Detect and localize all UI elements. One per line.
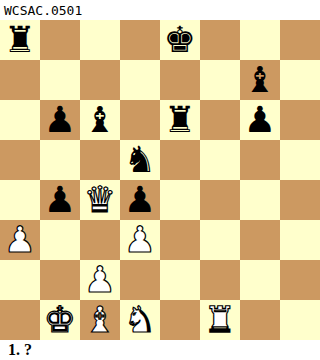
square-d6[interactable]	[120, 100, 160, 140]
square-g8[interactable]	[240, 20, 280, 60]
square-d4[interactable]: ♟	[120, 180, 160, 220]
square-e7[interactable]	[160, 60, 200, 100]
square-b3[interactable]	[40, 220, 80, 260]
square-b4[interactable]: ♟	[40, 180, 80, 220]
square-b5[interactable]	[40, 140, 80, 180]
square-f4[interactable]	[200, 180, 240, 220]
black-pawn[interactable]: ♟	[44, 100, 76, 140]
square-g6[interactable]: ♟	[240, 100, 280, 140]
square-g7[interactable]: ♝	[240, 60, 280, 100]
square-e1[interactable]	[160, 300, 200, 340]
square-b6[interactable]: ♟	[40, 100, 80, 140]
square-e8[interactable]: ♚	[160, 20, 200, 60]
black-pawn[interactable]: ♟	[44, 180, 76, 220]
chess-board: ♜♚♝♟♝♜♟♞♟♛♟♟♟♟♚♝♞♜	[0, 20, 320, 340]
puzzle-title: WCSAC.0501	[4, 3, 82, 18]
square-g3[interactable]	[240, 220, 280, 260]
square-h3[interactable]	[280, 220, 320, 260]
white-pawn[interactable]: ♟	[4, 220, 36, 260]
square-f7[interactable]	[200, 60, 240, 100]
white-knight[interactable]: ♞	[124, 300, 156, 340]
square-h6[interactable]	[280, 100, 320, 140]
square-b1[interactable]: ♚	[40, 300, 80, 340]
square-h8[interactable]	[280, 20, 320, 60]
square-b7[interactable]	[40, 60, 80, 100]
square-f3[interactable]	[200, 220, 240, 260]
square-h4[interactable]	[280, 180, 320, 220]
square-d8[interactable]	[120, 20, 160, 60]
square-c3[interactable]	[80, 220, 120, 260]
square-a4[interactable]	[0, 180, 40, 220]
square-c1[interactable]: ♝	[80, 300, 120, 340]
square-c8[interactable]	[80, 20, 120, 60]
square-b2[interactable]	[40, 260, 80, 300]
square-f5[interactable]	[200, 140, 240, 180]
black-rook[interactable]: ♜	[4, 20, 36, 60]
white-queen[interactable]: ♛	[84, 180, 116, 220]
square-g5[interactable]	[240, 140, 280, 180]
square-e4[interactable]	[160, 180, 200, 220]
square-a6[interactable]	[0, 100, 40, 140]
square-e6[interactable]: ♜	[160, 100, 200, 140]
square-g1[interactable]	[240, 300, 280, 340]
square-a8[interactable]: ♜	[0, 20, 40, 60]
square-h5[interactable]	[280, 140, 320, 180]
square-a2[interactable]	[0, 260, 40, 300]
black-king[interactable]: ♚	[164, 20, 196, 60]
square-a7[interactable]	[0, 60, 40, 100]
title-bar: WCSAC.0501	[0, 0, 320, 20]
square-e3[interactable]	[160, 220, 200, 260]
square-a1[interactable]	[0, 300, 40, 340]
white-king[interactable]: ♚	[44, 300, 76, 340]
square-d3[interactable]: ♟	[120, 220, 160, 260]
black-bishop[interactable]: ♝	[84, 100, 116, 140]
move-prompt: 1. ?	[8, 341, 32, 359]
square-d7[interactable]	[120, 60, 160, 100]
black-knight[interactable]: ♞	[124, 140, 156, 180]
square-f8[interactable]	[200, 20, 240, 60]
white-pawn[interactable]: ♟	[124, 220, 156, 260]
black-pawn[interactable]: ♟	[244, 100, 276, 140]
white-rook[interactable]: ♜	[204, 300, 236, 340]
square-h7[interactable]	[280, 60, 320, 100]
square-e2[interactable]	[160, 260, 200, 300]
white-bishop[interactable]: ♝	[84, 300, 116, 340]
square-d5[interactable]: ♞	[120, 140, 160, 180]
square-g2[interactable]	[240, 260, 280, 300]
square-d2[interactable]	[120, 260, 160, 300]
square-d1[interactable]: ♞	[120, 300, 160, 340]
black-pawn[interactable]: ♟	[124, 180, 156, 220]
square-g4[interactable]	[240, 180, 280, 220]
square-c4[interactable]: ♛	[80, 180, 120, 220]
square-c6[interactable]: ♝	[80, 100, 120, 140]
square-f1[interactable]: ♜	[200, 300, 240, 340]
square-f2[interactable]	[200, 260, 240, 300]
black-rook[interactable]: ♜	[164, 100, 196, 140]
square-a5[interactable]	[0, 140, 40, 180]
square-h2[interactable]	[280, 260, 320, 300]
square-b8[interactable]	[40, 20, 80, 60]
square-f6[interactable]	[200, 100, 240, 140]
square-c5[interactable]	[80, 140, 120, 180]
white-pawn[interactable]: ♟	[84, 260, 116, 300]
square-c2[interactable]: ♟	[80, 260, 120, 300]
square-c7[interactable]	[80, 60, 120, 100]
square-h1[interactable]	[280, 300, 320, 340]
status-bar: 1. ?	[0, 340, 320, 360]
black-bishop[interactable]: ♝	[244, 60, 276, 100]
square-e5[interactable]	[160, 140, 200, 180]
square-a3[interactable]: ♟	[0, 220, 40, 260]
